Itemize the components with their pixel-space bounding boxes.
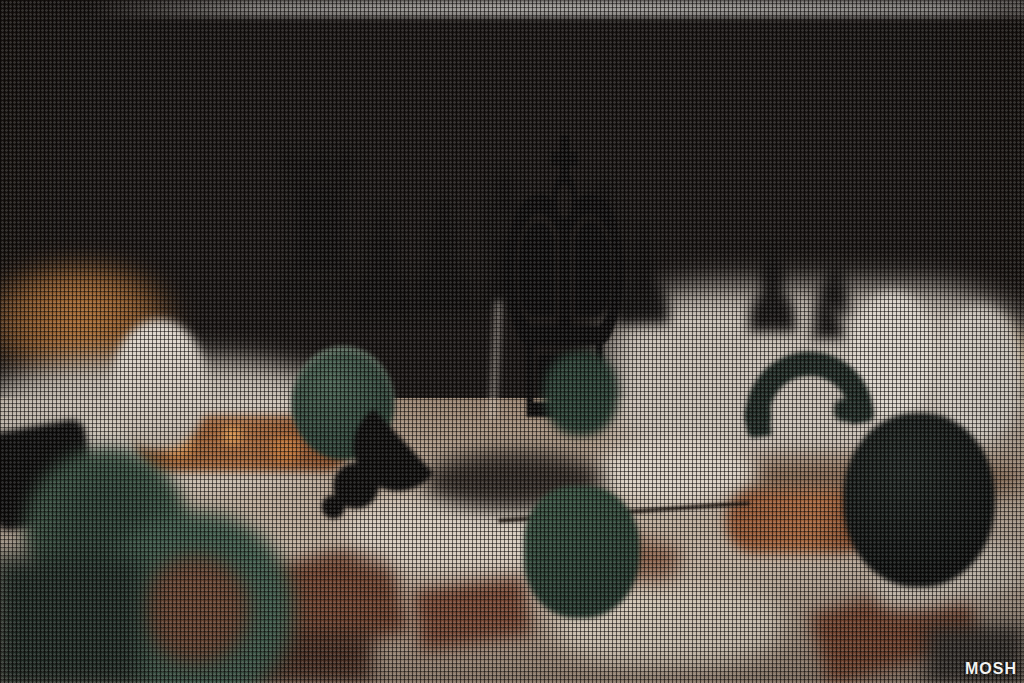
green-blob-bottom-left-corner bbox=[0, 556, 142, 683]
knight-glyph: ♞ bbox=[799, 244, 861, 356]
arc-piece-end-left bbox=[746, 406, 770, 426]
top-light-band bbox=[90, 0, 1024, 17]
fallen-green-piece-behind-king bbox=[544, 352, 618, 436]
white-piece-left bbox=[112, 320, 206, 450]
mosh-watermark: MOSH bbox=[965, 660, 1017, 678]
black-knight-silhouette: ♞ bbox=[780, 244, 880, 356]
chess-photo-scene: ♜ ♟ ♟ ♝ ♝ ♟ ♟ ♞ ♚ ♟ MOSH bbox=[0, 0, 1024, 683]
fallen-green-piece-center bbox=[524, 486, 640, 618]
fallen-dark-piece-right bbox=[843, 413, 995, 587]
arc-piece-end-right bbox=[834, 398, 864, 422]
left-vignette bbox=[0, 0, 70, 300]
